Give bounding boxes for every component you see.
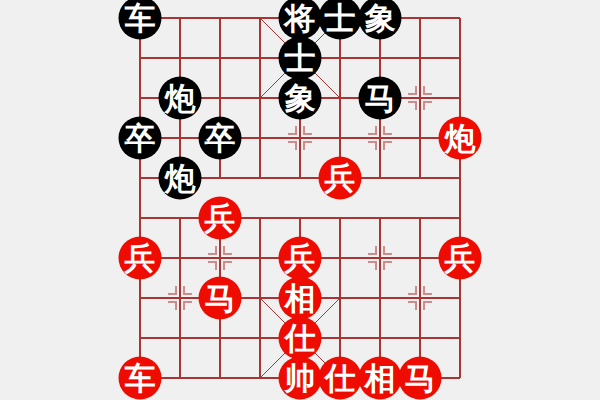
piece-red-8-6[interactable]: 兵	[439, 237, 482, 280]
point-2-5: 兵	[200, 198, 240, 238]
point-6-4	[360, 158, 400, 198]
point-6-8	[360, 318, 400, 358]
piece-black-5-0[interactable]: 士	[319, 0, 362, 40]
point-0-7	[120, 278, 160, 318]
piece-red-4-9[interactable]: 帅	[279, 357, 322, 400]
point-2-6	[200, 238, 240, 278]
point-4-9: 帅	[280, 358, 320, 398]
point-6-5	[360, 198, 400, 238]
point-5-9: 仕	[320, 358, 360, 398]
point-8-2	[440, 78, 480, 118]
point-5-0: 士	[320, 0, 360, 38]
piece-red-4-8[interactable]: 仕	[279, 317, 322, 360]
point-3-1	[240, 38, 280, 78]
piece-black-0-3[interactable]: 卒	[119, 117, 162, 160]
piece-red-5-4[interactable]: 兵	[319, 157, 362, 200]
point-3-8	[240, 318, 280, 358]
point-1-6	[160, 238, 200, 278]
point-8-3: 炮	[440, 118, 480, 158]
point-2-7: 马	[200, 278, 240, 318]
point-8-9	[440, 358, 480, 398]
point-1-7	[160, 278, 200, 318]
piece-red-4-6[interactable]: 兵	[279, 237, 322, 280]
piece-red-2-7[interactable]: 马	[199, 277, 242, 320]
point-0-6: 兵	[120, 238, 160, 278]
point-6-7	[360, 278, 400, 318]
point-3-6	[240, 238, 280, 278]
piece-red-2-5[interactable]: 兵	[199, 197, 242, 240]
point-0-1	[120, 38, 160, 78]
point-3-3	[240, 118, 280, 158]
point-1-5	[160, 198, 200, 238]
piece-red-0-6[interactable]: 兵	[119, 237, 162, 280]
point-4-0: 将	[280, 0, 320, 38]
piece-black-4-0[interactable]: 将	[279, 0, 322, 40]
point-8-7	[440, 278, 480, 318]
point-8-1	[440, 38, 480, 78]
piece-red-7-9[interactable]: 马	[399, 357, 442, 400]
point-5-4: 兵	[320, 158, 360, 198]
piece-red-4-7[interactable]: 相	[279, 277, 322, 320]
point-7-7	[400, 278, 440, 318]
point-5-2	[320, 78, 360, 118]
point-7-0	[400, 0, 440, 38]
piece-red-0-9[interactable]: 车	[119, 357, 162, 400]
point-5-3	[320, 118, 360, 158]
point-7-4	[400, 158, 440, 198]
point-7-2	[400, 78, 440, 118]
point-2-8	[200, 318, 240, 358]
point-8-8	[440, 318, 480, 358]
point-6-6	[360, 238, 400, 278]
piece-black-1-4[interactable]: 炮	[159, 157, 202, 200]
piece-black-6-0[interactable]: 象	[359, 0, 402, 40]
point-1-9	[160, 358, 200, 398]
point-4-8: 仕	[280, 318, 320, 358]
point-8-4	[440, 158, 480, 198]
point-2-2	[200, 78, 240, 118]
point-2-1	[200, 38, 240, 78]
point-8-5	[440, 198, 480, 238]
point-1-4: 炮	[160, 158, 200, 198]
point-2-0	[200, 0, 240, 38]
point-3-9	[240, 358, 280, 398]
piece-black-0-0[interactable]: 车	[119, 0, 162, 40]
piece-black-1-2[interactable]: 炮	[159, 77, 202, 120]
point-7-6	[400, 238, 440, 278]
point-5-8	[320, 318, 360, 358]
point-4-3	[280, 118, 320, 158]
point-0-9: 车	[120, 358, 160, 398]
point-4-5	[280, 198, 320, 238]
point-3-7	[240, 278, 280, 318]
point-7-8	[400, 318, 440, 358]
point-4-1: 士	[280, 38, 320, 78]
point-3-0	[240, 0, 280, 38]
point-1-1	[160, 38, 200, 78]
point-7-3	[400, 118, 440, 158]
point-1-3	[160, 118, 200, 158]
piece-red-5-9[interactable]: 仕	[319, 357, 362, 400]
point-5-6	[320, 238, 360, 278]
piece-black-4-1[interactable]: 士	[279, 37, 322, 80]
piece-black-4-2[interactable]: 象	[279, 77, 322, 120]
point-6-3	[360, 118, 400, 158]
board-grid: 车将士象士炮象马卒卒炮炮兵兵兵兵兵马相仕车帅仕相马	[120, 0, 480, 398]
point-1-0	[160, 0, 200, 38]
xiangqi-board-screenshot: 车将士象士炮象马卒卒炮炮兵兵兵兵兵马相仕车帅仕相马	[0, 0, 600, 400]
point-7-9: 马	[400, 358, 440, 398]
piece-red-8-3[interactable]: 炮	[439, 117, 482, 160]
point-0-3: 卒	[120, 118, 160, 158]
point-0-0: 车	[120, 0, 160, 38]
point-8-0	[440, 0, 480, 38]
point-1-2: 炮	[160, 78, 200, 118]
point-1-8	[160, 318, 200, 358]
point-6-0: 象	[360, 0, 400, 38]
point-5-1	[320, 38, 360, 78]
point-4-6: 兵	[280, 238, 320, 278]
point-2-4	[200, 158, 240, 198]
point-2-9	[200, 358, 240, 398]
point-8-6: 兵	[440, 238, 480, 278]
point-5-7	[320, 278, 360, 318]
point-4-2: 象	[280, 78, 320, 118]
piece-black-2-3[interactable]: 卒	[199, 117, 242, 160]
piece-black-6-2[interactable]: 马	[359, 77, 402, 120]
point-7-1	[400, 38, 440, 78]
xiangqi-board: 车将士象士炮象马卒卒炮炮兵兵兵兵兵马相仕车帅仕相马	[120, 0, 480, 398]
point-4-7: 相	[280, 278, 320, 318]
point-5-5	[320, 198, 360, 238]
point-6-2: 马	[360, 78, 400, 118]
piece-red-6-9[interactable]: 相	[359, 357, 402, 400]
point-3-5	[240, 198, 280, 238]
point-6-1	[360, 38, 400, 78]
point-7-5	[400, 198, 440, 238]
point-0-5	[120, 198, 160, 238]
point-6-9: 相	[360, 358, 400, 398]
point-4-4	[280, 158, 320, 198]
point-2-3: 卒	[200, 118, 240, 158]
point-3-2	[240, 78, 280, 118]
point-3-4	[240, 158, 280, 198]
point-0-8	[120, 318, 160, 358]
point-0-2	[120, 78, 160, 118]
point-0-4	[120, 158, 160, 198]
